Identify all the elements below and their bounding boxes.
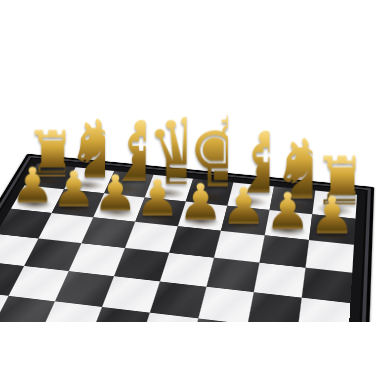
piece-gold-pawn: ♟	[93, 169, 136, 219]
piece-gold-pawn: ♟	[11, 161, 54, 210]
square-h7: ♟	[309, 214, 356, 244]
chess-set-product-photo: ♜♞♝♛♚♝♞♜♟♟♟♟♟♟♟♟	[0, 0, 385, 385]
bottom-crop-mask	[0, 322, 385, 385]
piece-gold-pawn: ♟	[309, 190, 354, 241]
square-g7: ♟	[265, 210, 313, 240]
piece-gold-pawn: ♟	[265, 185, 309, 236]
piece-gold-pawn: ♟	[178, 177, 222, 227]
piece-gold-pawn: ♟	[135, 173, 178, 223]
square-e7: ♟	[178, 202, 228, 231]
piece-gold-pawn: ♟	[52, 165, 95, 214]
piece-gold-pawn: ♟	[221, 181, 265, 232]
square-f7: ♟	[221, 206, 270, 236]
